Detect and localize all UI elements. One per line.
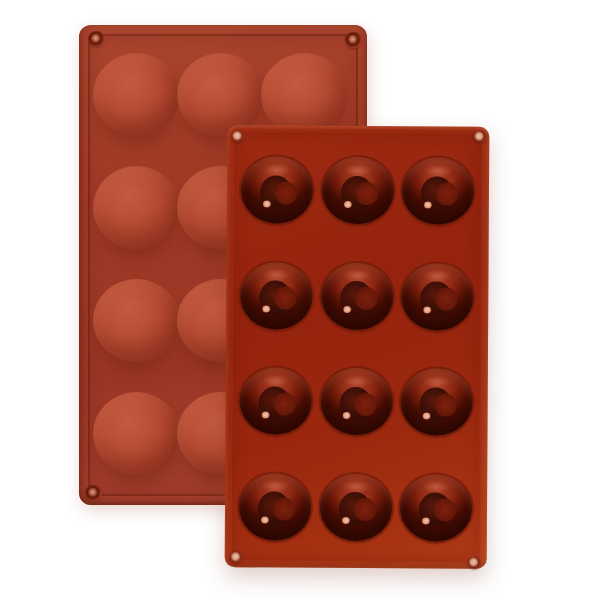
cavity-reflection-notch <box>435 393 457 416</box>
front-mold <box>225 125 490 569</box>
mold-cell-r1c1 <box>93 53 180 136</box>
cavity-r3c3 <box>401 369 473 436</box>
cavity-highlight-dot <box>263 200 271 207</box>
cavity-reflection-notch <box>356 182 378 205</box>
mold-cell-r1c2 <box>322 157 394 224</box>
dome-r1c2 <box>177 53 264 136</box>
cavity-upper-sheen <box>344 164 372 177</box>
mold-cell-r3c2 <box>320 368 392 435</box>
dome-r1c1 <box>93 53 180 136</box>
cavity-upper-sheen <box>262 374 290 387</box>
cavity-reflection-notch <box>275 181 297 204</box>
cavity-upper-sheen <box>424 164 452 177</box>
cavity-highlight-dot <box>262 411 270 418</box>
cavity-r4c3 <box>400 474 472 541</box>
cavity-r2c2 <box>321 263 393 330</box>
cavity-highlight-dot <box>342 517 350 524</box>
cavity-r4c2 <box>320 474 392 541</box>
mold-cell-r1c2 <box>177 53 264 136</box>
back-mold-corner-hole-top-left <box>88 31 105 47</box>
cavity-highlight-dot <box>343 306 351 313</box>
cavity-r1c1 <box>241 157 313 224</box>
mold-cell-r4c2 <box>320 474 392 541</box>
cavity-reflection-notch <box>436 182 458 205</box>
cavity-highlight-dot <box>344 201 352 208</box>
cavity-highlight-dot <box>342 412 350 419</box>
mold-cell-r1c3 <box>402 158 474 225</box>
cavity-highlight-dot <box>423 412 431 419</box>
cavity-reflection-notch <box>274 392 296 415</box>
cavity-reflection-notch <box>273 498 295 521</box>
cavity-r1c2 <box>322 157 394 224</box>
cavity-upper-sheen <box>423 375 451 388</box>
dome-r3c1 <box>93 279 180 362</box>
cavity-upper-sheen <box>263 163 291 176</box>
mold-cell-r4c3 <box>400 474 472 541</box>
front-mold-corner-hole-bottom-left <box>230 551 243 563</box>
dome-r2c1 <box>93 166 180 249</box>
cavity-reflection-notch <box>355 287 377 310</box>
dome-r1c3 <box>261 53 348 136</box>
cavity-upper-sheen <box>343 375 371 388</box>
mold-cell-r4c1 <box>239 473 311 540</box>
mold-cell-r2c1 <box>240 262 312 329</box>
product-photo <box>0 0 600 600</box>
mold-cell-r2c3 <box>401 263 473 330</box>
back-mold-corner-hole-top-right <box>345 32 362 48</box>
cavity-reflection-notch <box>354 498 376 521</box>
front-mold-corner-hole-bottom-right <box>468 557 481 569</box>
cavity-r4c1 <box>239 473 311 540</box>
mold-cell-r2c2 <box>321 263 393 330</box>
mold-cell-r3c1 <box>93 279 180 362</box>
cavity-r3c2 <box>320 368 392 435</box>
mold-cell-r2c1 <box>93 166 180 249</box>
cavity-reflection-notch <box>435 288 457 311</box>
cavity-r3c1 <box>240 368 312 435</box>
front-mold-corner-hole-top-left <box>231 130 244 142</box>
cavity-highlight-dot <box>424 201 432 208</box>
cavity-r2c3 <box>401 263 473 330</box>
mold-cell-r3c1 <box>240 368 312 435</box>
mold-cell-r1c3 <box>261 53 348 136</box>
front-mold-cavity-grid <box>235 137 479 560</box>
cavity-reflection-notch <box>434 499 456 522</box>
cavity-reflection-notch <box>274 287 296 310</box>
cavity-r1c3 <box>402 158 474 225</box>
cavity-reflection-notch <box>354 393 376 416</box>
dome-r4c1 <box>93 392 180 475</box>
mold-cell-r1c1 <box>241 157 313 224</box>
mold-cell-r3c3 <box>401 369 473 436</box>
cavity-r2c1 <box>240 262 312 329</box>
front-mold-corner-hole-top-right <box>473 131 486 143</box>
mold-cell-r4c1 <box>93 392 180 475</box>
back-mold-corner-hole-bottom-left <box>85 485 102 501</box>
